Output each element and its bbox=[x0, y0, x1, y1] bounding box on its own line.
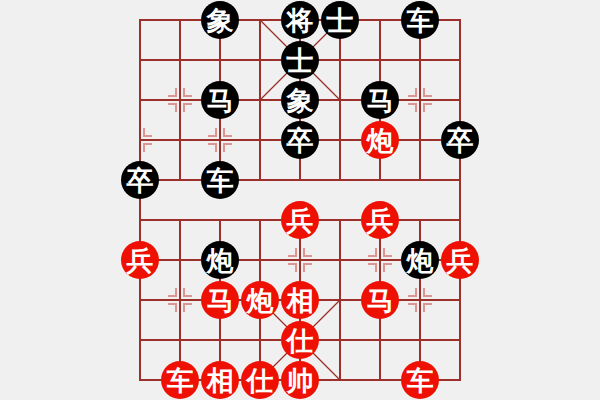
piece-black-elephant[interactable]: 象 bbox=[281, 81, 319, 119]
piece-red-elephant[interactable]: 相 bbox=[281, 281, 319, 319]
piece-red-soldier[interactable]: 兵 bbox=[121, 241, 159, 279]
piece-red-soldier[interactable]: 兵 bbox=[441, 241, 479, 279]
piece-black-chariot[interactable]: 车 bbox=[201, 161, 239, 199]
piece-red-soldier[interactable]: 兵 bbox=[361, 201, 399, 239]
piece-red-king[interactable]: 帅 bbox=[281, 361, 319, 399]
piece-red-horse[interactable]: 马 bbox=[361, 281, 399, 319]
piece-black-soldier[interactable]: 卒 bbox=[441, 121, 479, 159]
piece-black-advisor[interactable]: 士 bbox=[321, 1, 359, 39]
piece-red-cannon[interactable]: 炮 bbox=[241, 281, 279, 319]
xiangqi-board: 象将士车士马象马卒炮卒卒车兵兵兵炮炮兵马炮相马仕车相仕帅车 bbox=[0, 0, 600, 400]
piece-black-advisor[interactable]: 士 bbox=[281, 41, 319, 79]
piece-red-soldier[interactable]: 兵 bbox=[281, 201, 319, 239]
piece-black-general[interactable]: 将 bbox=[281, 1, 319, 39]
piece-red-chariot[interactable]: 车 bbox=[161, 361, 199, 399]
piece-black-horse[interactable]: 马 bbox=[361, 81, 399, 119]
piece-red-chariot[interactable]: 车 bbox=[401, 361, 439, 399]
piece-black-elephant[interactable]: 象 bbox=[201, 1, 239, 39]
piece-red-cannon[interactable]: 炮 bbox=[361, 121, 399, 159]
piece-black-cannon[interactable]: 炮 bbox=[201, 241, 239, 279]
piece-red-elephant[interactable]: 相 bbox=[201, 361, 239, 399]
piece-black-horse[interactable]: 马 bbox=[201, 81, 239, 119]
piece-red-horse[interactable]: 马 bbox=[201, 281, 239, 319]
piece-black-cannon[interactable]: 炮 bbox=[401, 241, 439, 279]
piece-red-advisor[interactable]: 仕 bbox=[241, 361, 279, 399]
piece-red-advisor[interactable]: 仕 bbox=[281, 321, 319, 359]
piece-black-soldier[interactable]: 卒 bbox=[121, 161, 159, 199]
piece-black-soldier[interactable]: 卒 bbox=[281, 121, 319, 159]
piece-black-chariot[interactable]: 车 bbox=[401, 1, 439, 39]
